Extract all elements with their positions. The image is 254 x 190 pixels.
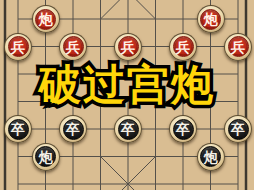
- xiangqi-board[interactable]: 炮 炮 兵 兵 兵 兵 兵: [0, 0, 254, 190]
- piece-face: 兵: [8, 36, 29, 57]
- piece-face: 炮: [35, 9, 56, 30]
- piece-face: 兵: [173, 36, 194, 57]
- piece-black-soldier[interactable]: 卒: [224, 115, 252, 143]
- piece-red-soldier[interactable]: 兵: [169, 33, 197, 61]
- piece-glyph: 炮: [204, 12, 218, 26]
- piece-face: 卒: [228, 119, 249, 140]
- piece-face: 卒: [173, 119, 194, 140]
- piece-face: 卒: [63, 119, 84, 140]
- piece-glyph: 卒: [231, 122, 245, 136]
- piece-glyph: 炮: [39, 12, 53, 26]
- piece-face: 炮: [200, 9, 221, 30]
- piece-face: 卒: [118, 119, 139, 140]
- piece-face: 炮: [200, 146, 221, 167]
- piece-glyph: 卒: [176, 122, 190, 136]
- piece-face: 兵: [228, 36, 249, 57]
- piece-glyph: 卒: [66, 122, 80, 136]
- piece-black-soldier[interactable]: 卒: [59, 115, 87, 143]
- piece-red-soldier[interactable]: 兵: [224, 33, 252, 61]
- title-overlay: 破过宫炮: [0, 62, 254, 108]
- piece-black-cannon[interactable]: 炮: [32, 143, 60, 171]
- piece-glyph: 兵: [176, 39, 190, 53]
- piece-black-cannon[interactable]: 炮: [197, 143, 225, 171]
- piece-face: 卒: [8, 119, 29, 140]
- piece-glyph: 卒: [121, 122, 135, 136]
- piece-red-soldier[interactable]: 兵: [4, 33, 32, 61]
- piece-red-soldier[interactable]: 兵: [114, 33, 142, 61]
- piece-glyph: 卒: [11, 122, 25, 136]
- piece-black-soldier[interactable]: 卒: [4, 115, 32, 143]
- piece-glyph: 炮: [39, 149, 53, 163]
- piece-face: 兵: [63, 36, 84, 57]
- piece-glyph: 兵: [66, 39, 80, 53]
- piece-face: 炮: [35, 146, 56, 167]
- piece-black-soldier[interactable]: 卒: [114, 115, 142, 143]
- piece-glyph: 兵: [121, 39, 135, 53]
- piece-red-soldier[interactable]: 兵: [59, 33, 87, 61]
- piece-black-soldier[interactable]: 卒: [169, 115, 197, 143]
- piece-red-cannon[interactable]: 炮: [32, 5, 60, 33]
- piece-glyph: 兵: [11, 39, 25, 53]
- piece-red-cannon[interactable]: 炮: [197, 5, 225, 33]
- piece-face: 兵: [118, 36, 139, 57]
- piece-glyph: 炮: [204, 149, 218, 163]
- piece-glyph: 兵: [231, 39, 245, 53]
